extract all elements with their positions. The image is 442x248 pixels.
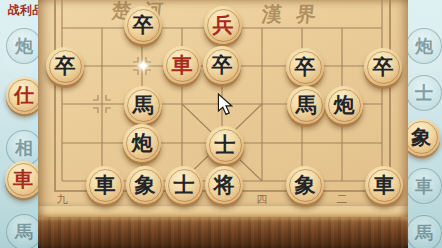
file-label-2: 二: [337, 192, 348, 207]
river-label-han: 漢界: [261, 1, 332, 28]
captured-tray-black: 炮士象車馬: [408, 0, 442, 248]
piece-black-卒[interactable]: 卒: [46, 47, 84, 85]
piece-black-炮[interactable]: 炮: [325, 86, 363, 124]
piece-black-炮[interactable]: 炮: [123, 124, 161, 162]
piece-black-卒[interactable]: 卒: [364, 48, 402, 86]
piece-red-車[interactable]: 車: [163, 46, 201, 84]
tray-slot-炮: 炮: [6, 28, 38, 64]
xiangqi-board: ✦ 楚河漢界九八七六五四三二一卒兵卒車卒卒卒馬馬炮炮士車象士将象車: [38, 0, 408, 248]
piece-black-卒[interactable]: 卒: [203, 46, 241, 84]
file-label-9: 九: [57, 192, 68, 207]
piece-black-士[interactable]: 士: [206, 126, 244, 164]
tray-slot-馬: 馬: [6, 214, 38, 248]
piece-red-兵[interactable]: 兵: [204, 6, 242, 44]
piece-black-象[interactable]: 象: [126, 166, 164, 204]
mouse-cursor-icon: [217, 93, 233, 117]
piece-black-車[interactable]: 車: [365, 166, 403, 204]
captured-piece-仕: 仕: [6, 77, 39, 114]
piece-black-卒[interactable]: 卒: [286, 48, 324, 86]
captured-piece-車: 車: [5, 161, 39, 198]
piece-black-将[interactable]: 将: [205, 166, 243, 204]
piece-black-馬[interactable]: 馬: [124, 86, 162, 124]
piece-black-車[interactable]: 車: [86, 166, 124, 204]
tray-slot-馬: 馬: [408, 215, 442, 248]
tray-slot-炮: 炮: [408, 28, 442, 64]
tray-slot-車: 車: [408, 168, 442, 204]
tray-slot-士: 士: [408, 75, 442, 111]
captured-tray-red: 战利品 炮仕相車馬: [0, 0, 38, 248]
captured-piece-象: 象: [408, 119, 440, 156]
last-move-sparkle-icon: ✦: [136, 56, 150, 76]
file-label-4: 四: [257, 192, 268, 207]
xiangqi-game-screen: 战利品 炮仕相車馬 ✦ 楚河漢界九八七六五四三二一卒兵卒車卒卒卒馬馬炮炮士車象士…: [0, 0, 442, 248]
piece-black-象[interactable]: 象: [286, 166, 324, 204]
tray-title: 战利品: [8, 2, 38, 19]
piece-black-馬[interactable]: 馬: [287, 86, 325, 124]
piece-black-士[interactable]: 士: [165, 166, 203, 204]
piece-black-卒[interactable]: 卒: [124, 6, 162, 44]
